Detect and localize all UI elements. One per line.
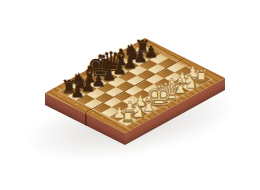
product-photo: 87654321hgfedcba ♜♞♝♛♚♝♞♜♟♟♟♟♟♟♟♟♟♟♟♟♟♟♟… xyxy=(0,0,260,190)
rank-label: 2 xyxy=(108,120,112,122)
rank-label: 5 xyxy=(83,108,87,110)
rank-label: 1 xyxy=(117,125,121,127)
file-label: d xyxy=(175,100,179,102)
rank-label: 3 xyxy=(100,116,104,118)
rank-label: 7 xyxy=(66,99,70,101)
file-label: f xyxy=(155,112,158,113)
rank-label: 8 xyxy=(58,95,62,97)
file-label: a xyxy=(207,83,211,85)
file-label: h xyxy=(133,123,137,125)
hinge-seam xyxy=(85,113,86,126)
rank-label: 6 xyxy=(75,104,79,106)
rank-label: 4 xyxy=(91,112,95,114)
file-label: e xyxy=(165,106,169,108)
file-label: g xyxy=(144,117,148,119)
file-label: c xyxy=(186,94,189,96)
file-label: b xyxy=(196,89,200,91)
